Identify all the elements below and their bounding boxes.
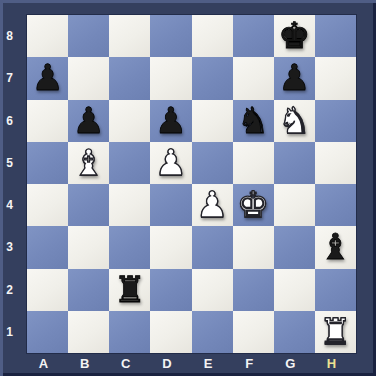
- white-pawn-piece[interactable]: ♟: [196, 187, 228, 223]
- white-bishop-piece[interactable]: ♝: [73, 145, 105, 181]
- file-label-e: E: [192, 353, 233, 376]
- square-a8[interactable]: [27, 15, 68, 57]
- file-label-h: H: [315, 353, 356, 376]
- file-label-c: C: [109, 353, 150, 376]
- square-c1[interactable]: [109, 311, 150, 353]
- square-a5[interactable]: [27, 142, 68, 184]
- square-b6[interactable]: ♟: [68, 100, 109, 142]
- square-h6[interactable]: [315, 100, 356, 142]
- board-frame: 87654321 ♚♟♟♟♟♞♞♝♟♟♚♝♜♜ ABCDEFGH: [0, 0, 376, 376]
- square-d1[interactable]: [150, 311, 191, 353]
- black-king-piece[interactable]: ♚: [278, 18, 310, 54]
- rank-label-6: 6: [0, 100, 27, 142]
- square-b3[interactable]: [68, 226, 109, 268]
- square-d2[interactable]: [150, 269, 191, 311]
- square-d3[interactable]: [150, 226, 191, 268]
- square-f6[interactable]: ♞: [233, 100, 274, 142]
- square-f1[interactable]: [233, 311, 274, 353]
- square-c5[interactable]: [109, 142, 150, 184]
- file-label-g: G: [274, 353, 315, 376]
- white-knight-piece[interactable]: ♞: [278, 103, 310, 139]
- square-b5[interactable]: ♝: [68, 142, 109, 184]
- square-h8[interactable]: [315, 15, 356, 57]
- square-c4[interactable]: [109, 184, 150, 226]
- square-g6[interactable]: ♞: [274, 100, 315, 142]
- square-d4[interactable]: [150, 184, 191, 226]
- square-g8[interactable]: ♚: [274, 15, 315, 57]
- square-e8[interactable]: [192, 15, 233, 57]
- rank-label-8: 8: [0, 15, 27, 57]
- square-h2[interactable]: [315, 269, 356, 311]
- rank-label-1: 1: [0, 311, 27, 353]
- square-b8[interactable]: [68, 15, 109, 57]
- rank-labels: 87654321: [0, 15, 27, 353]
- square-e3[interactable]: [192, 226, 233, 268]
- black-pawn-piece[interactable]: ♟: [73, 103, 105, 139]
- square-g4[interactable]: [274, 184, 315, 226]
- square-b1[interactable]: [68, 311, 109, 353]
- rank-label-2: 2: [0, 269, 27, 311]
- square-a7[interactable]: ♟: [27, 57, 68, 99]
- square-d6[interactable]: ♟: [150, 100, 191, 142]
- square-e5[interactable]: [192, 142, 233, 184]
- square-b7[interactable]: [68, 57, 109, 99]
- file-label-d: D: [150, 353, 191, 376]
- square-a2[interactable]: [27, 269, 68, 311]
- square-g2[interactable]: [274, 269, 315, 311]
- chess-board[interactable]: ♚♟♟♟♟♞♞♝♟♟♚♝♜♜: [27, 15, 356, 353]
- square-a3[interactable]: [27, 226, 68, 268]
- white-king-piece[interactable]: ♚: [237, 187, 269, 223]
- square-g5[interactable]: [274, 142, 315, 184]
- square-d7[interactable]: [150, 57, 191, 99]
- black-rook-piece[interactable]: ♜: [114, 272, 146, 308]
- square-g1[interactable]: [274, 311, 315, 353]
- rank-label-7: 7: [0, 57, 27, 99]
- square-c8[interactable]: [109, 15, 150, 57]
- square-f8[interactable]: [233, 15, 274, 57]
- white-rook-piece[interactable]: ♜: [319, 314, 351, 350]
- square-e1[interactable]: [192, 311, 233, 353]
- square-f5[interactable]: [233, 142, 274, 184]
- rank-label-4: 4: [0, 184, 27, 226]
- square-e7[interactable]: [192, 57, 233, 99]
- square-d8[interactable]: [150, 15, 191, 57]
- square-e2[interactable]: [192, 269, 233, 311]
- rank-label-5: 5: [0, 142, 27, 184]
- file-label-f: F: [233, 353, 274, 376]
- square-h1[interactable]: ♜: [315, 311, 356, 353]
- square-a4[interactable]: [27, 184, 68, 226]
- square-f2[interactable]: [233, 269, 274, 311]
- square-c2[interactable]: ♜: [109, 269, 150, 311]
- square-g3[interactable]: [274, 226, 315, 268]
- square-e4[interactable]: ♟: [192, 184, 233, 226]
- square-h5[interactable]: [315, 142, 356, 184]
- square-b4[interactable]: [68, 184, 109, 226]
- white-pawn-piece[interactable]: ♟: [155, 145, 187, 181]
- square-f7[interactable]: [233, 57, 274, 99]
- rank-label-3: 3: [0, 226, 27, 268]
- square-b2[interactable]: [68, 269, 109, 311]
- square-h7[interactable]: [315, 57, 356, 99]
- square-f3[interactable]: [233, 226, 274, 268]
- square-a1[interactable]: [27, 311, 68, 353]
- square-a6[interactable]: [27, 100, 68, 142]
- square-d5[interactable]: ♟: [150, 142, 191, 184]
- file-label-a: A: [27, 353, 68, 376]
- square-e6[interactable]: [192, 100, 233, 142]
- square-g7[interactable]: ♟: [274, 57, 315, 99]
- square-h4[interactable]: [315, 184, 356, 226]
- black-pawn-piece[interactable]: ♟: [155, 103, 187, 139]
- square-f4[interactable]: ♚: [233, 184, 274, 226]
- black-pawn-piece[interactable]: ♟: [278, 60, 310, 96]
- black-pawn-piece[interactable]: ♟: [31, 60, 63, 96]
- black-bishop-piece[interactable]: ♝: [319, 229, 351, 265]
- file-label-b: B: [68, 353, 109, 376]
- square-c7[interactable]: [109, 57, 150, 99]
- black-knight-piece[interactable]: ♞: [237, 103, 269, 139]
- square-c6[interactable]: [109, 100, 150, 142]
- square-h3[interactable]: ♝: [315, 226, 356, 268]
- square-c3[interactable]: [109, 226, 150, 268]
- file-labels: ABCDEFGH: [27, 353, 356, 376]
